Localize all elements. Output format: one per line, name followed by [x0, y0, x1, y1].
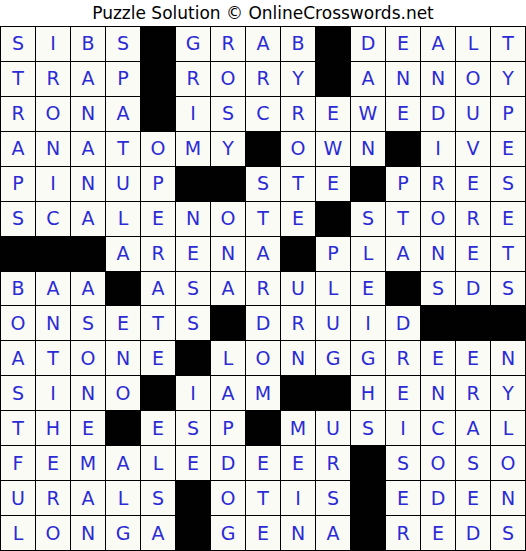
letter-cell-r11c4: O: [106, 376, 141, 411]
letter-cell-r7c12: A: [386, 237, 421, 272]
black-cell-r3c5: [141, 97, 176, 132]
letter-cell-r4c6: M: [176, 132, 211, 167]
letter-cell-r8c3: A: [71, 272, 106, 307]
page-title: Puzzle Solution © OnlineCrosswords.net: [92, 3, 434, 23]
letter-cell-r9c5: T: [141, 306, 176, 341]
letter-cell-r7c11: L: [351, 237, 386, 272]
black-cell-r13c11: [351, 446, 386, 481]
letter-cell-r6c13: O: [421, 202, 456, 237]
letter-cell-r6c8: T: [246, 202, 281, 237]
letter-cell-r8c5: A: [141, 272, 176, 307]
letter-cell-r9c6: S: [176, 306, 211, 341]
letter-cell-r1c15: T: [491, 27, 526, 62]
black-cell-r15c11: [351, 516, 386, 551]
letter-cell-r1c3: B: [71, 27, 106, 62]
letter-cell-r14c15: N: [491, 481, 526, 516]
letter-cell-r13c4: A: [106, 446, 141, 481]
letter-cell-r5c4: U: [106, 167, 141, 202]
letter-cell-r15c15: S: [491, 516, 526, 551]
black-cell-r9c15: [491, 306, 526, 341]
letter-cell-r4c10: W: [316, 132, 351, 167]
letter-cell-r12c12: I: [386, 411, 421, 446]
letter-cell-r12c9: M: [281, 411, 316, 446]
black-cell-r2c5: [141, 62, 176, 97]
letter-cell-r8c14: D: [456, 272, 491, 307]
letter-cell-r5c1: P: [1, 167, 36, 202]
black-cell-r11c9: [281, 376, 316, 411]
letter-cell-r3c9: R: [281, 97, 316, 132]
black-cell-r7c3: [71, 237, 106, 272]
letter-cell-r15c5: A: [141, 516, 176, 551]
letter-cell-r9c11: I: [351, 306, 386, 341]
letter-cell-r14c10: S: [316, 481, 351, 516]
letter-cell-r4c15: E: [491, 132, 526, 167]
letter-cell-r1c4: S: [106, 27, 141, 62]
letter-cell-r12c14: A: [456, 411, 491, 446]
black-cell-r9c13: [421, 306, 456, 341]
letter-cell-r8c9: U: [281, 272, 316, 307]
black-cell-r14c6: [176, 481, 211, 516]
letter-cell-r3c13: D: [421, 97, 456, 132]
letter-cell-r5c12: P: [386, 167, 421, 202]
letter-cell-r1c12: E: [386, 27, 421, 62]
letter-cell-r15c14: D: [456, 516, 491, 551]
letter-cell-r7c10: P: [316, 237, 351, 272]
letter-cell-r13c5: L: [141, 446, 176, 481]
letter-cell-r12c3: E: [71, 411, 106, 446]
letter-cell-r7c4: A: [106, 237, 141, 272]
letter-cell-r15c10: A: [316, 516, 351, 551]
letter-cell-r6c6: N: [176, 202, 211, 237]
letter-cell-r11c11: H: [351, 376, 386, 411]
letter-cell-r3c1: R: [1, 97, 36, 132]
letter-cell-r1c8: A: [246, 27, 281, 62]
letter-cell-r10c11: G: [351, 341, 386, 376]
letter-cell-r6c3: A: [71, 202, 106, 237]
letter-cell-r1c13: A: [421, 27, 456, 62]
letter-cell-r14c12: E: [386, 481, 421, 516]
letter-cell-r11c3: N: [71, 376, 106, 411]
letter-cell-r3c3: N: [71, 97, 106, 132]
letter-cell-r4c9: O: [281, 132, 316, 167]
letter-cell-r1c2: I: [36, 27, 71, 62]
crossword-grid: SIBSGRABDEALTTRAPRORYANNOYRONAISCREWEDUP…: [0, 26, 526, 551]
letter-cell-r2c11: A: [351, 62, 386, 97]
letter-cell-r11c14: R: [456, 376, 491, 411]
letter-cell-r4c14: V: [456, 132, 491, 167]
letter-cell-r14c9: I: [281, 481, 316, 516]
letter-cell-r14c13: D: [421, 481, 456, 516]
black-cell-r9c7: [211, 306, 246, 341]
letter-cell-r12c10: U: [316, 411, 351, 446]
letter-cell-r10c14: E: [456, 341, 491, 376]
letter-cell-r11c8: M: [246, 376, 281, 411]
letter-cell-r7c13: N: [421, 237, 456, 272]
letter-cell-r10c15: N: [491, 341, 526, 376]
letter-cell-r9c10: U: [316, 306, 351, 341]
letter-cell-r3c4: A: [106, 97, 141, 132]
letter-cell-r10c3: O: [71, 341, 106, 376]
letter-cell-r15c4: G: [106, 516, 141, 551]
letter-cell-r10c13: E: [421, 341, 456, 376]
letter-cell-r13c9: E: [281, 446, 316, 481]
black-cell-r6c10: [316, 202, 351, 237]
letter-cell-r12c15: L: [491, 411, 526, 446]
letter-cell-r4c7: Y: [211, 132, 246, 167]
letter-cell-r12c5: E: [141, 411, 176, 446]
letter-cell-r2c12: N: [386, 62, 421, 97]
letter-cell-r6c7: O: [211, 202, 246, 237]
letter-cell-r11c1: S: [1, 376, 36, 411]
letter-cell-r15c12: R: [386, 516, 421, 551]
letter-cell-r2c1: T: [1, 62, 36, 97]
letter-cell-r5c10: E: [316, 167, 351, 202]
letter-cell-r10c8: O: [246, 341, 281, 376]
letter-cell-r1c11: D: [351, 27, 386, 62]
letter-cell-r13c1: F: [1, 446, 36, 481]
letter-cell-r8c2: A: [36, 272, 71, 307]
letter-cell-r12c1: T: [1, 411, 36, 446]
letter-cell-r8c1: B: [1, 272, 36, 307]
letter-cell-r5c3: N: [71, 167, 106, 202]
letter-cell-r4c13: I: [421, 132, 456, 167]
letter-cell-r5c14: E: [456, 167, 491, 202]
letter-cell-r6c12: T: [386, 202, 421, 237]
letter-cell-r4c11: N: [351, 132, 386, 167]
letter-cell-r12c13: C: [421, 411, 456, 446]
letter-cell-r3c14: U: [456, 97, 491, 132]
black-cell-r12c4: [106, 411, 141, 446]
letter-cell-r14c3: A: [71, 481, 106, 516]
letter-cell-r8c7: A: [211, 272, 246, 307]
letter-cell-r10c4: N: [106, 341, 141, 376]
letter-cell-r6c2: C: [36, 202, 71, 237]
puzzle-page: Puzzle Solution © OnlineCrosswords.net S…: [0, 0, 526, 551]
letter-cell-r14c14: E: [456, 481, 491, 516]
title-bar: Puzzle Solution © OnlineCrosswords.net: [0, 0, 526, 26]
letter-cell-r5c15: S: [491, 167, 526, 202]
letter-cell-r11c13: N: [421, 376, 456, 411]
letter-cell-r8c6: S: [176, 272, 211, 307]
letter-cell-r3c10: E: [316, 97, 351, 132]
letter-cell-r15c3: N: [71, 516, 106, 551]
black-cell-r5c11: [351, 167, 386, 202]
letter-cell-r13c12: S: [386, 446, 421, 481]
letter-cell-r7c14: E: [456, 237, 491, 272]
letter-cell-r3c6: I: [176, 97, 211, 132]
letter-cell-r15c9: N: [281, 516, 316, 551]
letter-cell-r10c10: G: [316, 341, 351, 376]
letter-cell-r6c14: R: [456, 202, 491, 237]
letter-cell-r11c7: A: [211, 376, 246, 411]
black-cell-r8c4: [106, 272, 141, 307]
letter-cell-r13c2: E: [36, 446, 71, 481]
black-cell-r4c8: [246, 132, 281, 167]
letter-cell-r1c1: S: [1, 27, 36, 62]
letter-cell-r12c7: P: [211, 411, 246, 446]
letter-cell-r3c2: O: [36, 97, 71, 132]
letter-cell-r10c12: R: [386, 341, 421, 376]
black-cell-r15c6: [176, 516, 211, 551]
black-cell-r11c5: [141, 376, 176, 411]
letter-cell-r8c11: E: [351, 272, 386, 307]
black-cell-r9c14: [456, 306, 491, 341]
letter-cell-r1c9: B: [281, 27, 316, 62]
letter-cell-r13c7: D: [211, 446, 246, 481]
letter-cell-r7c5: R: [141, 237, 176, 272]
letter-cell-r9c12: D: [386, 306, 421, 341]
letter-cell-r7c15: T: [491, 237, 526, 272]
letter-cell-r8c8: R: [246, 272, 281, 307]
letter-cell-r15c7: G: [211, 516, 246, 551]
letter-cell-r4c5: O: [141, 132, 176, 167]
letter-cell-r3c8: C: [246, 97, 281, 132]
black-cell-r10c6: [176, 341, 211, 376]
letter-cell-r7c7: N: [211, 237, 246, 272]
letter-cell-r4c3: A: [71, 132, 106, 167]
black-cell-r7c9: [281, 237, 316, 272]
letter-cell-r15c8: E: [246, 516, 281, 551]
letter-cell-r13c15: O: [491, 446, 526, 481]
black-cell-r7c2: [36, 237, 71, 272]
letter-cell-r1c6: G: [176, 27, 211, 62]
letter-cell-r3c12: E: [386, 97, 421, 132]
black-cell-r7c1: [1, 237, 36, 272]
letter-cell-r5c5: P: [141, 167, 176, 202]
letter-cell-r2c6: R: [176, 62, 211, 97]
letter-cell-r13c10: R: [316, 446, 351, 481]
letter-cell-r13c14: S: [456, 446, 491, 481]
letter-cell-r5c9: T: [281, 167, 316, 202]
black-cell-r11c10: [316, 376, 351, 411]
letter-cell-r12c6: S: [176, 411, 211, 446]
black-cell-r2c10: [316, 62, 351, 97]
black-cell-r4c12: [386, 132, 421, 167]
letter-cell-r11c2: I: [36, 376, 71, 411]
letter-cell-r5c8: S: [246, 167, 281, 202]
letter-cell-r14c8: T: [246, 481, 281, 516]
letter-cell-r6c4: L: [106, 202, 141, 237]
letter-cell-r9c3: S: [71, 306, 106, 341]
letter-cell-r2c8: R: [246, 62, 281, 97]
letter-cell-r13c6: E: [176, 446, 211, 481]
letter-cell-r9c2: N: [36, 306, 71, 341]
letter-cell-r15c1: L: [1, 516, 36, 551]
letter-cell-r11c12: E: [386, 376, 421, 411]
letter-cell-r13c13: O: [421, 446, 456, 481]
letter-cell-r10c7: L: [211, 341, 246, 376]
letter-cell-r2c13: N: [421, 62, 456, 97]
letter-cell-r6c1: S: [1, 202, 36, 237]
letter-cell-r14c2: R: [36, 481, 71, 516]
letter-cell-r14c5: S: [141, 481, 176, 516]
black-cell-r12c8: [246, 411, 281, 446]
letter-cell-r8c13: S: [421, 272, 456, 307]
letter-cell-r2c14: O: [456, 62, 491, 97]
letter-cell-r5c13: R: [421, 167, 456, 202]
letter-cell-r12c2: H: [36, 411, 71, 446]
letter-cell-r10c2: T: [36, 341, 71, 376]
letter-cell-r3c15: P: [491, 97, 526, 132]
letter-cell-r5c2: I: [36, 167, 71, 202]
letter-cell-r6c11: S: [351, 202, 386, 237]
letter-cell-r7c8: A: [246, 237, 281, 272]
letter-cell-r1c7: R: [211, 27, 246, 62]
letter-cell-r2c4: P: [106, 62, 141, 97]
letter-cell-r2c3: A: [71, 62, 106, 97]
letter-cell-r3c7: S: [211, 97, 246, 132]
letter-cell-r10c5: E: [141, 341, 176, 376]
letter-cell-r9c4: E: [106, 306, 141, 341]
letter-cell-r6c5: E: [141, 202, 176, 237]
letter-cell-r13c3: M: [71, 446, 106, 481]
letter-cell-r14c1: U: [1, 481, 36, 516]
letter-cell-r2c7: O: [211, 62, 246, 97]
letter-cell-r12c11: S: [351, 411, 386, 446]
letter-cell-r14c7: O: [211, 481, 246, 516]
black-cell-r8c12: [386, 272, 421, 307]
letter-cell-r8c15: S: [491, 272, 526, 307]
letter-cell-r2c2: R: [36, 62, 71, 97]
letter-cell-r10c9: N: [281, 341, 316, 376]
letter-cell-r1c14: L: [456, 27, 491, 62]
letter-cell-r15c13: E: [421, 516, 456, 551]
letter-cell-r11c15: Y: [491, 376, 526, 411]
letter-cell-r8c10: L: [316, 272, 351, 307]
letter-cell-r4c1: A: [1, 132, 36, 167]
letter-cell-r13c8: E: [246, 446, 281, 481]
letter-cell-r3c11: W: [351, 97, 386, 132]
black-cell-r5c7: [211, 167, 246, 202]
letter-cell-r6c15: E: [491, 202, 526, 237]
black-cell-r1c10: [316, 27, 351, 62]
black-cell-r5c6: [176, 167, 211, 202]
letter-cell-r9c8: D: [246, 306, 281, 341]
black-cell-r14c11: [351, 481, 386, 516]
letter-cell-r2c9: Y: [281, 62, 316, 97]
letter-cell-r10c1: A: [1, 341, 36, 376]
letter-cell-r9c9: R: [281, 306, 316, 341]
letter-cell-r4c4: T: [106, 132, 141, 167]
letter-cell-r9c1: O: [1, 306, 36, 341]
letter-cell-r7c6: E: [176, 237, 211, 272]
black-cell-r1c5: [141, 27, 176, 62]
letter-cell-r4c2: N: [36, 132, 71, 167]
letter-cell-r15c2: O: [36, 516, 71, 551]
letter-cell-r11c6: I: [176, 376, 211, 411]
letter-cell-r2c15: Y: [491, 62, 526, 97]
letter-cell-r6c9: E: [281, 202, 316, 237]
letter-cell-r14c4: L: [106, 481, 141, 516]
